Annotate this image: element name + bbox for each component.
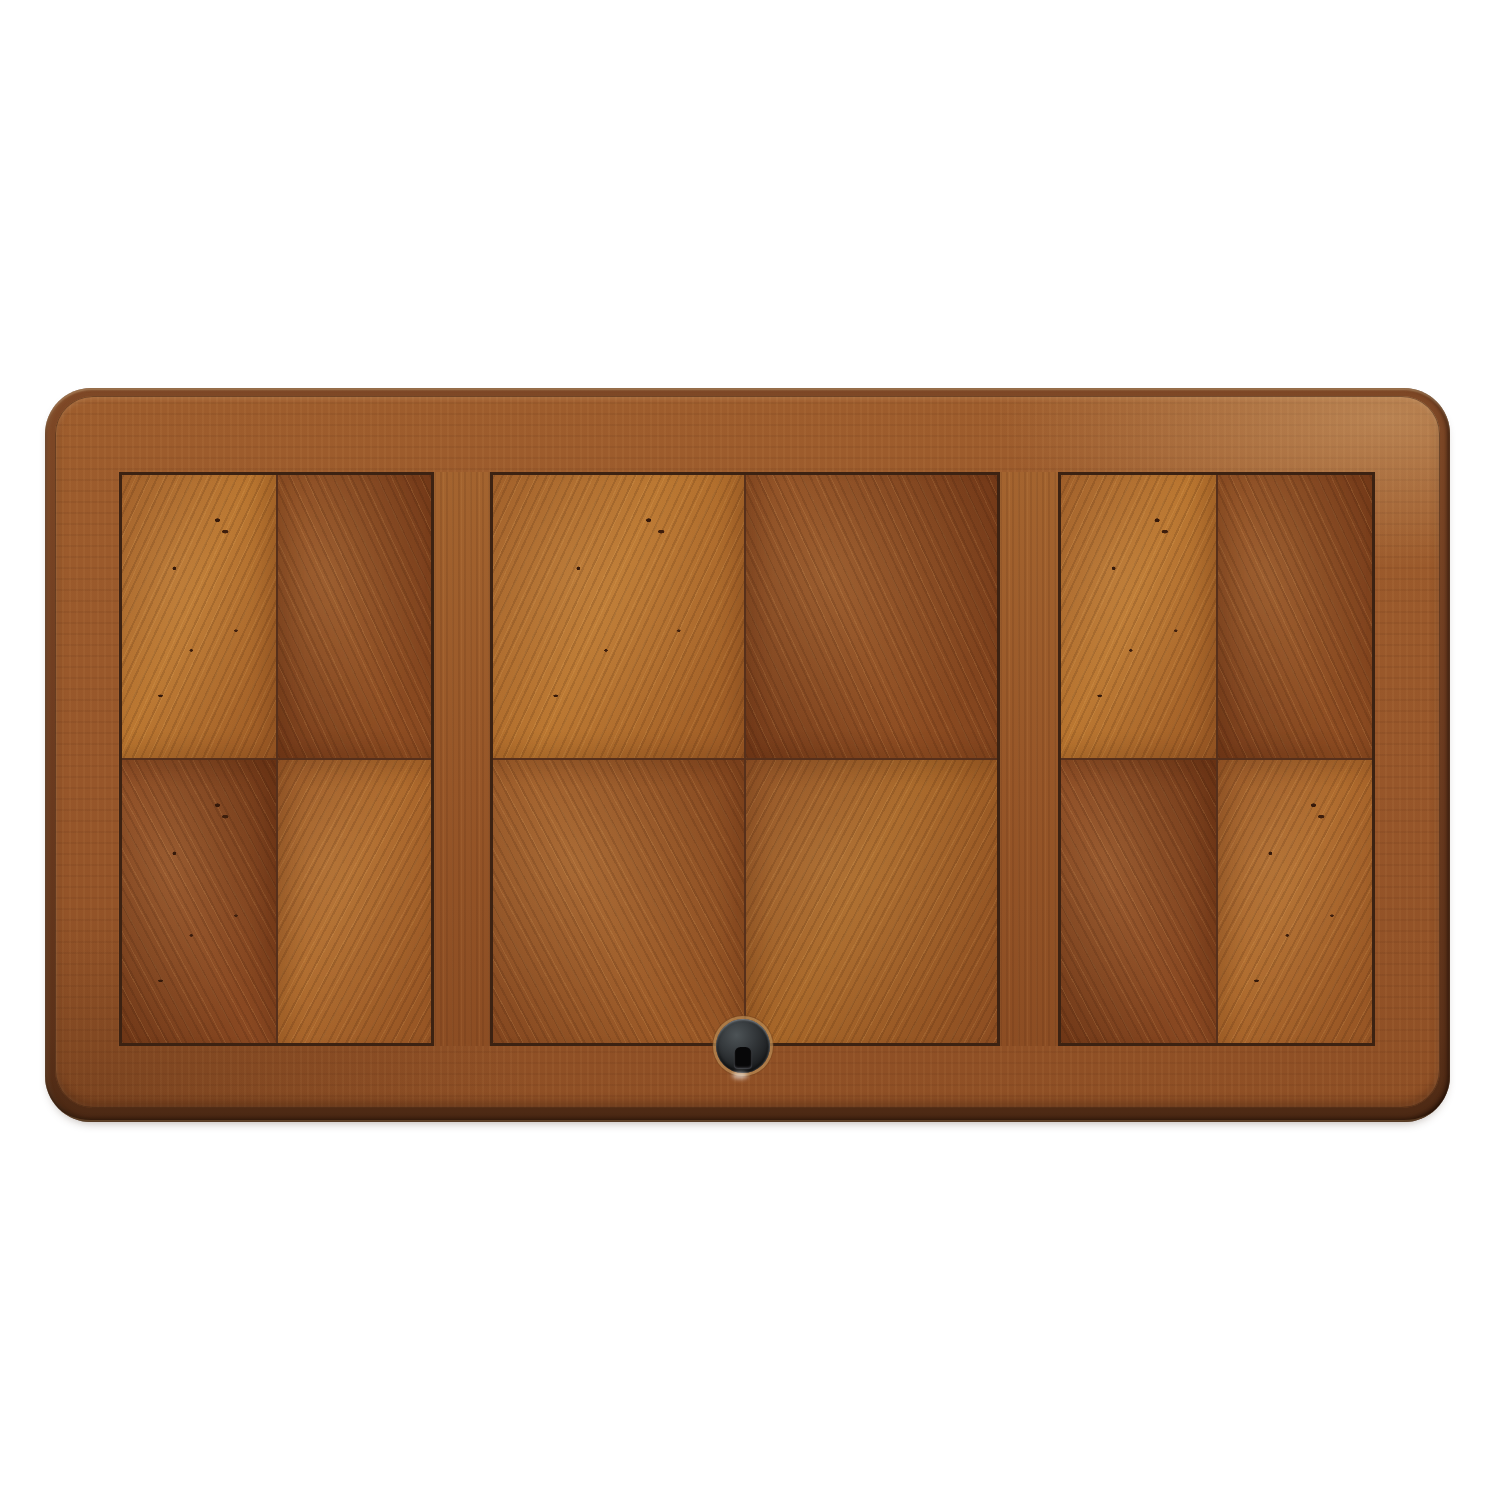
parquet-panel-row (119, 472, 1375, 1046)
product-photo (0, 0, 1500, 1500)
parquet-square-right-bl (1061, 760, 1216, 1043)
parquet-panel-center (490, 472, 1000, 1046)
border-frame (55, 396, 1440, 1108)
parquet-square-right-tr (1218, 475, 1373, 758)
parquet-panel-right (1058, 472, 1375, 1046)
parquet-square-left-tl (122, 475, 276, 758)
keyhole-icon (735, 1047, 752, 1068)
lock-grommet (716, 1019, 770, 1073)
parquet-square-center-tl (493, 475, 744, 758)
parquet-square-left-tr (278, 475, 432, 758)
parquet-square-center-br (746, 760, 997, 1043)
parquet-panel-left (119, 472, 434, 1046)
parquet-square-right-br (1218, 760, 1373, 1043)
parquet-square-right-tl (1061, 475, 1216, 758)
parquet-square-center-bl (493, 760, 744, 1043)
frame-divider (1000, 472, 1058, 1046)
parquet-square-center-tr (746, 475, 997, 758)
parquet-square-left-bl (122, 760, 276, 1043)
table-top (45, 388, 1450, 1122)
parquet-square-left-br (278, 760, 432, 1043)
frame-divider (434, 472, 490, 1046)
